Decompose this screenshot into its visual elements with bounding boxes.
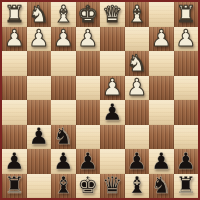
square-g5[interactable]	[27, 100, 52, 125]
white-rook-icon[interactable]: ♜	[175, 3, 196, 26]
square-c4[interactable]: ♟	[125, 76, 150, 101]
square-c7[interactable]: ♟	[125, 149, 150, 174]
square-d8[interactable]: ♛	[100, 174, 125, 199]
white-knight-icon[interactable]: ♞	[126, 52, 147, 75]
black-knight-icon[interactable]: ♞	[151, 174, 172, 197]
square-b1[interactable]	[149, 2, 174, 27]
black-pawn-icon[interactable]: ♟	[53, 150, 74, 173]
square-a2[interactable]: ♟	[174, 27, 199, 52]
square-d4[interactable]: ♟	[100, 76, 125, 101]
square-g2[interactable]: ♟	[27, 27, 52, 52]
square-h6[interactable]	[2, 125, 27, 150]
square-c3[interactable]: ♞	[125, 51, 150, 76]
square-b7[interactable]: ♟	[149, 149, 174, 174]
black-pawn-icon[interactable]: ♟	[102, 101, 123, 124]
square-c1[interactable]: ♝	[125, 2, 150, 27]
square-f6[interactable]: ♞	[51, 125, 76, 150]
square-g6[interactable]: ♟	[27, 125, 52, 150]
square-e7[interactable]: ♟	[76, 149, 101, 174]
square-h8[interactable]: ♜	[2, 174, 27, 199]
square-h2[interactable]: ♟	[2, 27, 27, 52]
white-knight-icon[interactable]: ♞	[28, 3, 49, 26]
square-g1[interactable]: ♞	[27, 2, 52, 27]
square-e2[interactable]: ♟	[76, 27, 101, 52]
square-d2[interactable]	[100, 27, 125, 52]
square-a5[interactable]	[174, 100, 199, 125]
square-h3[interactable]	[2, 51, 27, 76]
white-bishop-icon[interactable]: ♝	[126, 3, 147, 26]
black-rook-icon[interactable]: ♜	[4, 174, 25, 197]
square-g7[interactable]	[27, 149, 52, 174]
black-rook-icon[interactable]: ♜	[175, 174, 196, 197]
black-queen-icon[interactable]: ♛	[102, 174, 123, 197]
white-pawn-icon[interactable]: ♟	[53, 27, 74, 50]
square-b8[interactable]: ♞	[149, 174, 174, 199]
square-c5[interactable]	[125, 100, 150, 125]
square-f7[interactable]: ♟	[51, 149, 76, 174]
square-a7[interactable]: ♟	[174, 149, 199, 174]
square-e8[interactable]: ♚	[76, 174, 101, 199]
square-c8[interactable]: ♝	[125, 174, 150, 199]
square-b5[interactable]	[149, 100, 174, 125]
square-e1[interactable]: ♚	[76, 2, 101, 27]
white-king-icon[interactable]: ♚	[77, 3, 98, 26]
square-b4[interactable]	[149, 76, 174, 101]
black-pawn-icon[interactable]: ♟	[126, 150, 147, 173]
square-f5[interactable]	[51, 100, 76, 125]
black-knight-icon[interactable]: ♞	[53, 125, 74, 148]
square-d6[interactable]	[100, 125, 125, 150]
square-a3[interactable]	[174, 51, 199, 76]
square-g4[interactable]	[27, 76, 52, 101]
chessboard-frame: ♜♞♝♚♛♝♜♟♟♟♟♟♟♞♟♟♟♟♞♟♟♟♟♟♟♜♝♚♛♝♞♜	[0, 0, 200, 200]
square-d7[interactable]	[100, 149, 125, 174]
square-g3[interactable]	[27, 51, 52, 76]
black-bishop-icon[interactable]: ♝	[126, 174, 147, 197]
square-d1[interactable]: ♛	[100, 2, 125, 27]
white-bishop-icon[interactable]: ♝	[53, 3, 74, 26]
black-pawn-icon[interactable]: ♟	[4, 150, 25, 173]
square-b3[interactable]	[149, 51, 174, 76]
square-a8[interactable]: ♜	[174, 174, 199, 199]
black-bishop-icon[interactable]: ♝	[53, 174, 74, 197]
white-rook-icon[interactable]: ♜	[4, 3, 25, 26]
white-pawn-icon[interactable]: ♟	[126, 76, 147, 99]
black-pawn-icon[interactable]: ♟	[77, 150, 98, 173]
white-pawn-icon[interactable]: ♟	[102, 76, 123, 99]
square-c2[interactable]	[125, 27, 150, 52]
white-pawn-icon[interactable]: ♟	[77, 27, 98, 50]
square-g8[interactable]	[27, 174, 52, 199]
square-c6[interactable]	[125, 125, 150, 150]
square-b6[interactable]	[149, 125, 174, 150]
square-f3[interactable]	[51, 51, 76, 76]
black-pawn-icon[interactable]: ♟	[28, 125, 49, 148]
square-a6[interactable]	[174, 125, 199, 150]
white-pawn-icon[interactable]: ♟	[28, 27, 49, 50]
white-pawn-icon[interactable]: ♟	[175, 27, 196, 50]
square-e6[interactable]	[76, 125, 101, 150]
black-pawn-icon[interactable]: ♟	[151, 150, 172, 173]
square-e4[interactable]	[76, 76, 101, 101]
square-a4[interactable]	[174, 76, 199, 101]
square-h7[interactable]: ♟	[2, 149, 27, 174]
white-pawn-icon[interactable]: ♟	[4, 27, 25, 50]
white-pawn-icon[interactable]: ♟	[151, 27, 172, 50]
square-f1[interactable]: ♝	[51, 2, 76, 27]
square-e5[interactable]	[76, 100, 101, 125]
square-f2[interactable]: ♟	[51, 27, 76, 52]
square-e3[interactable]	[76, 51, 101, 76]
square-d3[interactable]	[100, 51, 125, 76]
chess-board: ♜♞♝♚♛♝♜♟♟♟♟♟♟♞♟♟♟♟♞♟♟♟♟♟♟♜♝♚♛♝♞♜	[2, 2, 198, 198]
square-f8[interactable]: ♝	[51, 174, 76, 199]
square-a1[interactable]: ♜	[174, 2, 199, 27]
square-d5[interactable]: ♟	[100, 100, 125, 125]
square-h4[interactable]	[2, 76, 27, 101]
white-queen-icon[interactable]: ♛	[102, 3, 123, 26]
square-f4[interactable]	[51, 76, 76, 101]
square-h1[interactable]: ♜	[2, 2, 27, 27]
black-king-icon[interactable]: ♚	[77, 174, 98, 197]
square-b2[interactable]: ♟	[149, 27, 174, 52]
black-pawn-icon[interactable]: ♟	[175, 150, 196, 173]
square-h5[interactable]	[2, 100, 27, 125]
